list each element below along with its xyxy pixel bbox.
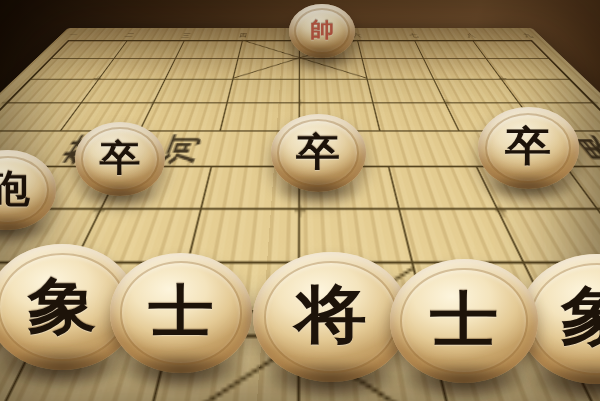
xiangqi-scene: 楚 河 漢 界 一 二 三 四 五 六 七 八 九 帥卒卒卒砲象士将象士 <box>0 0 600 401</box>
pieces-layer: 帥卒卒卒砲象士将象士 <box>0 0 600 401</box>
piece-black-soldier-2[interactable]: 卒 <box>271 114 366 192</box>
piece-character: 卒 <box>100 140 141 176</box>
piece-character: 将 <box>295 283 367 346</box>
piece-black-general[interactable]: 将 <box>253 252 409 382</box>
piece-black-cannon[interactable]: 砲 <box>0 150 56 230</box>
piece-character: 象 <box>561 285 600 348</box>
piece-character: 帥 <box>310 20 334 41</box>
piece-black-soldier-3[interactable]: 卒 <box>478 107 579 189</box>
piece-character: 卒 <box>505 126 551 166</box>
piece-black-advisor-1[interactable]: 士 <box>110 253 252 373</box>
piece-red-general[interactable]: 帥 <box>289 4 355 58</box>
piece-character: 士 <box>430 289 498 349</box>
piece-black-soldier-1[interactable]: 卒 <box>75 122 165 196</box>
piece-character: 士 <box>149 282 214 339</box>
piece-character: 卒 <box>296 132 340 171</box>
piece-character: 象 <box>28 274 97 335</box>
piece-character: 砲 <box>0 169 30 208</box>
piece-black-advisor-2[interactable]: 士 <box>390 259 538 383</box>
